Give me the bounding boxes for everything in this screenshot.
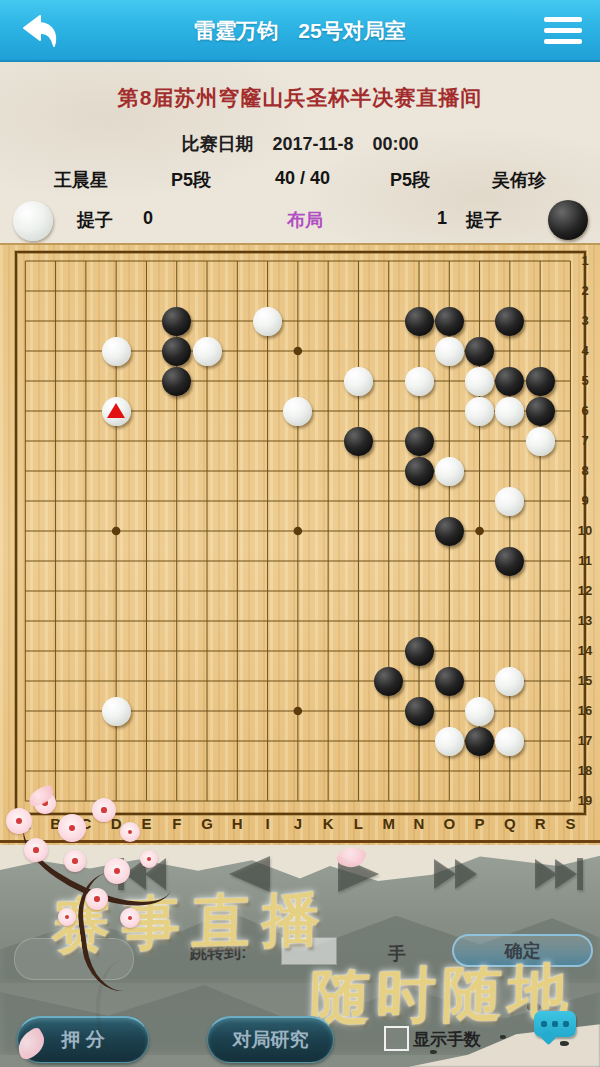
row-label-12: 12: [574, 583, 596, 598]
stone-white-O17: [435, 727, 464, 756]
ink-splatter: [500, 1035, 506, 1039]
col-label-R: R: [531, 815, 549, 832]
stone-black-N16: [405, 697, 434, 726]
col-label-H: H: [228, 815, 246, 832]
row-label-5: 5: [574, 373, 596, 388]
app-screen: 雷霆万钧 25号对局室 第8届苏州穹窿山兵圣杯半决赛直播间 比赛日期 2017-…: [0, 0, 600, 1067]
row-label-19: 19: [574, 793, 596, 808]
stone-black-Q11: [495, 547, 524, 576]
game-phase-badge: 布局: [285, 208, 325, 232]
col-label-A: A: [16, 815, 34, 832]
jump-to-end-icon: [533, 853, 585, 895]
col-label-I: I: [259, 815, 277, 832]
black-stone-avatar: [548, 200, 588, 240]
stone-black-O10: [435, 517, 464, 546]
chat-bubble-icon[interactable]: [534, 1011, 576, 1043]
board-bottom-trim: [0, 840, 600, 843]
torn-paper-edge: [0, 845, 600, 883]
stone-white-P6: [465, 397, 494, 426]
col-label-E: E: [137, 815, 155, 832]
slogan-line1: 赛事直播: [51, 880, 333, 965]
col-label-F: F: [168, 815, 186, 832]
stone-black-N7: [405, 427, 434, 456]
stone-white-R7: [526, 427, 555, 456]
stone-black-N8: [405, 457, 434, 486]
black-player-rank: P5段: [390, 168, 430, 192]
black-captures-label: 提子: [466, 208, 502, 232]
fast-forward-button[interactable]: [431, 853, 483, 895]
row-label-8: 8: [574, 463, 596, 478]
last-move-triangle-marker: [107, 403, 125, 418]
stone-white-O8: [435, 457, 464, 486]
table-name: 25号对局室: [298, 17, 405, 45]
date-value: 2017-11-8: [272, 134, 353, 154]
row-label-2: 2: [574, 283, 596, 298]
row-label-3: 3: [574, 313, 596, 328]
stone-black-N3: [405, 307, 434, 336]
stone-black-M15: [374, 667, 403, 696]
row-label-11: 11: [574, 553, 596, 568]
show-move-numbers-label: 显示手数: [413, 1028, 481, 1051]
col-label-Q: Q: [501, 815, 519, 832]
white-captures-label: 提子: [77, 208, 113, 232]
black-captures-count: 1: [437, 208, 447, 229]
stone-white-Q6: [495, 397, 524, 426]
room-name: 雷霆万钧: [194, 17, 278, 45]
move-counter: 40 / 40: [260, 168, 345, 189]
match-info-panel: 第8届苏州穹窿山兵圣杯半决赛直播间 比赛日期 2017-11-8 00:00 王…: [0, 62, 600, 243]
col-label-G: G: [198, 815, 216, 832]
col-label-K: K: [319, 815, 337, 832]
stone-white-O4: [435, 337, 464, 366]
row-label-1: 1: [574, 253, 596, 268]
stone-black-O3: [435, 307, 464, 336]
stone-black-Q3: [495, 307, 524, 336]
stone-black-F5: [162, 367, 191, 396]
stone-black-N14: [405, 637, 434, 666]
row-label-6: 6: [574, 403, 596, 418]
time-value: 00:00: [373, 134, 419, 154]
stone-black-R6: [526, 397, 555, 426]
stone-white-P5: [465, 367, 494, 396]
stone-white-P16: [465, 697, 494, 726]
row-label-10: 10: [574, 523, 596, 538]
white-stone-avatar: [13, 201, 53, 241]
hamburger-menu-icon[interactable]: [544, 17, 584, 47]
stone-white-G4: [193, 337, 222, 366]
date-label: 比赛日期: [181, 134, 253, 154]
stone-black-Q5: [495, 367, 524, 396]
row-label-9: 9: [574, 493, 596, 508]
match-title: 第8届苏州穹窿山兵圣杯半决赛直播间: [0, 84, 600, 112]
white-player-name: 王晨星: [54, 168, 108, 192]
row-label-15: 15: [574, 673, 596, 688]
stone-black-P4: [465, 337, 494, 366]
col-label-D: D: [107, 815, 125, 832]
black-player-name: 吴侑珍: [492, 168, 546, 192]
room-title: 雷霆万钧 25号对局室: [0, 0, 600, 62]
col-label-N: N: [410, 815, 428, 832]
fast-forward-icon: [431, 853, 483, 895]
stone-white-Q9: [495, 487, 524, 516]
col-label-B: B: [47, 815, 65, 832]
white-captures-count: 0: [143, 208, 153, 229]
col-label-S: S: [561, 815, 579, 832]
row-label-4: 4: [574, 343, 596, 358]
jump-to-end-button[interactable]: [533, 853, 585, 895]
match-date-row: 比赛日期 2017-11-8 00:00: [0, 132, 600, 156]
stone-white-J6: [283, 397, 312, 426]
stone-white-D6: [102, 397, 131, 426]
col-label-J: J: [289, 815, 307, 832]
stone-white-I3: [253, 307, 282, 336]
game-research-button[interactable]: 对局研究: [207, 1016, 334, 1063]
col-label-M: M: [380, 815, 398, 832]
white-player-rank: P5段: [171, 168, 211, 192]
row-label-13: 13: [574, 613, 596, 628]
stone-white-N5: [405, 367, 434, 396]
col-label-C: C: [77, 815, 95, 832]
col-label-L: L: [349, 815, 367, 832]
stone-white-D4: [102, 337, 131, 366]
stone-black-R5: [526, 367, 555, 396]
row-label-17: 17: [574, 733, 596, 748]
show-move-numbers-checkbox[interactable]: [384, 1026, 409, 1051]
stone-white-L5: [344, 367, 373, 396]
row-label-18: 18: [574, 763, 596, 778]
row-label-7: 7: [574, 433, 596, 448]
top-bar: 雷霆万钧 25号对局室: [0, 0, 600, 62]
stone-black-P17: [465, 727, 494, 756]
stone-white-Q17: [495, 727, 524, 756]
stone-black-O15: [435, 667, 464, 696]
go-board[interactable]: ABCDEFGHIJKLMNOPQRS123456789101112131415…: [0, 243, 600, 847]
stone-black-F3: [162, 307, 191, 336]
stone-black-F4: [162, 337, 191, 366]
stone-black-L7: [344, 427, 373, 456]
row-label-14: 14: [574, 643, 596, 658]
stone-white-Q15: [495, 667, 524, 696]
col-label-P: P: [471, 815, 489, 832]
stone-white-D16: [102, 697, 131, 726]
col-label-O: O: [440, 815, 458, 832]
row-label-16: 16: [574, 703, 596, 718]
